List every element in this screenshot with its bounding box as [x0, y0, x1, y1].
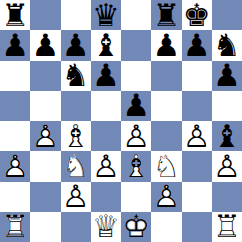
white-knight-glyph-outline: ♘ — [151, 151, 181, 181]
square-a8[interactable]: ♜ — [0, 0, 30, 30]
black-pawn-piece[interactable]: ♟ — [0, 30, 30, 60]
black-pawn-piece[interactable]: ♟ — [121, 91, 151, 121]
square-g8[interactable]: ♚ — [182, 0, 212, 30]
square-c1[interactable] — [61, 212, 91, 242]
square-d1[interactable]: ♛♕ — [91, 212, 121, 242]
square-h3[interactable]: ♟♙ — [212, 151, 242, 181]
square-h8[interactable] — [212, 0, 242, 30]
white-pawn-glyph-outline: ♙ — [151, 182, 181, 212]
white-rook-piece[interactable]: ♜♖ — [212, 212, 242, 242]
black-pawn-piece[interactable]: ♟ — [151, 30, 181, 60]
white-bishop-glyph-outline: ♗ — [121, 151, 151, 181]
square-c7[interactable]: ♟ — [61, 30, 91, 60]
square-e7[interactable] — [121, 30, 151, 60]
black-pawn-piece[interactable]: ♟ — [91, 61, 121, 91]
square-a5[interactable] — [0, 91, 30, 121]
square-e5[interactable]: ♟ — [121, 91, 151, 121]
black-rook-piece[interactable]: ♜ — [0, 0, 30, 30]
square-h4[interactable]: ♝ — [212, 121, 242, 151]
white-pawn-piece[interactable]: ♟♙ — [0, 151, 30, 181]
square-g3[interactable] — [182, 151, 212, 181]
square-b7[interactable]: ♟ — [30, 30, 60, 60]
square-b5[interactable] — [30, 91, 60, 121]
white-pawn-piece[interactable]: ♟♙ — [30, 121, 60, 151]
white-rook-glyph-outline: ♖ — [0, 212, 30, 242]
square-f1[interactable] — [151, 212, 181, 242]
square-f5[interactable] — [151, 91, 181, 121]
square-c6[interactable]: ♞ — [61, 61, 91, 91]
white-pawn-glyph-outline: ♙ — [61, 182, 91, 212]
white-pawn-piece[interactable]: ♟♙ — [91, 151, 121, 181]
square-g1[interactable] — [182, 212, 212, 242]
white-pawn-piece[interactable]: ♟♙ — [182, 121, 212, 151]
square-a3[interactable]: ♟♙ — [0, 151, 30, 181]
square-h6[interactable]: ♟ — [212, 61, 242, 91]
white-king-glyph-outline: ♔ — [121, 212, 151, 242]
square-d4[interactable] — [91, 121, 121, 151]
square-e8[interactable] — [121, 0, 151, 30]
chess-board: ♜♛♜♚♟♟♟♝♟♟♞♞♟♟♟♟♙♝♗♟♙♟♙♝♟♙♞♘♟♙♝♗♞♘♟♙♟♙♟♙… — [0, 0, 242, 242]
square-d8[interactable]: ♛ — [91, 0, 121, 30]
white-queen-glyph-outline: ♕ — [91, 212, 121, 242]
square-e2[interactable] — [121, 182, 151, 212]
white-rook-glyph-outline: ♖ — [212, 212, 242, 242]
white-pawn-glyph-outline: ♙ — [121, 121, 151, 151]
square-f2[interactable]: ♟♙ — [151, 182, 181, 212]
white-knight-piece[interactable]: ♞♘ — [151, 151, 181, 181]
square-c3[interactable]: ♞♘ — [61, 151, 91, 181]
square-g6[interactable] — [182, 61, 212, 91]
square-d7[interactable]: ♝ — [91, 30, 121, 60]
square-f7[interactable]: ♟ — [151, 30, 181, 60]
square-f8[interactable]: ♜ — [151, 0, 181, 30]
black-pawn-piece[interactable]: ♟ — [212, 61, 242, 91]
square-c8[interactable] — [61, 0, 91, 30]
white-pawn-glyph-outline: ♙ — [0, 151, 30, 181]
black-bishop-piece[interactable]: ♝ — [91, 30, 121, 60]
square-h2[interactable] — [212, 182, 242, 212]
square-b3[interactable] — [30, 151, 60, 181]
white-bishop-piece[interactable]: ♝♗ — [121, 151, 151, 181]
black-knight-piece[interactable]: ♞ — [61, 61, 91, 91]
square-a4[interactable] — [0, 121, 30, 151]
square-g2[interactable] — [182, 182, 212, 212]
white-rook-piece[interactable]: ♜♖ — [0, 212, 30, 242]
white-bishop-piece[interactable]: ♝♗ — [61, 121, 91, 151]
black-pawn-piece[interactable]: ♟ — [182, 30, 212, 60]
black-queen-piece[interactable]: ♛ — [91, 0, 121, 30]
square-d6[interactable]: ♟ — [91, 61, 121, 91]
square-d5[interactable] — [91, 91, 121, 121]
black-bishop-piece[interactable]: ♝ — [212, 121, 242, 151]
white-knight-glyph-outline: ♘ — [61, 151, 91, 181]
square-b1[interactable] — [30, 212, 60, 242]
square-b2[interactable] — [30, 182, 60, 212]
black-king-piece[interactable]: ♚ — [182, 0, 212, 30]
square-h7[interactable]: ♞ — [212, 30, 242, 60]
square-a2[interactable] — [0, 182, 30, 212]
white-pawn-piece[interactable]: ♟♙ — [151, 182, 181, 212]
white-bishop-glyph-outline: ♗ — [61, 121, 91, 151]
square-e3[interactable]: ♝♗ — [121, 151, 151, 181]
black-pawn-piece[interactable]: ♟ — [30, 30, 60, 60]
white-king-piece[interactable]: ♚♔ — [121, 212, 151, 242]
square-d3[interactable]: ♟♙ — [91, 151, 121, 181]
square-a6[interactable] — [0, 61, 30, 91]
black-knight-piece[interactable]: ♞ — [212, 30, 242, 60]
square-e1[interactable]: ♚♔ — [121, 212, 151, 242]
white-pawn-piece[interactable]: ♟♙ — [121, 121, 151, 151]
square-b6[interactable] — [30, 61, 60, 91]
square-f4[interactable] — [151, 121, 181, 151]
square-f6[interactable] — [151, 61, 181, 91]
square-f3[interactable]: ♞♘ — [151, 151, 181, 181]
square-g7[interactable]: ♟ — [182, 30, 212, 60]
white-knight-piece[interactable]: ♞♘ — [61, 151, 91, 181]
square-b4[interactable]: ♟♙ — [30, 121, 60, 151]
square-e4[interactable]: ♟♙ — [121, 121, 151, 151]
white-queen-piece[interactable]: ♛♕ — [91, 212, 121, 242]
white-pawn-glyph-outline: ♙ — [182, 121, 212, 151]
square-e6[interactable] — [121, 61, 151, 91]
square-c4[interactable]: ♝♗ — [61, 121, 91, 151]
square-h1[interactable]: ♜♖ — [212, 212, 242, 242]
square-g4[interactable]: ♟♙ — [182, 121, 212, 151]
white-pawn-glyph-outline: ♙ — [212, 151, 242, 181]
square-g5[interactable] — [182, 91, 212, 121]
white-pawn-glyph-outline: ♙ — [91, 151, 121, 181]
square-b8[interactable] — [30, 0, 60, 30]
black-rook-piece[interactable]: ♜ — [151, 0, 181, 30]
square-a1[interactable]: ♜♖ — [0, 212, 30, 242]
square-d2[interactable] — [91, 182, 121, 212]
square-h5[interactable] — [212, 91, 242, 121]
white-pawn-piece[interactable]: ♟♙ — [212, 151, 242, 181]
white-pawn-glyph-outline: ♙ — [30, 121, 60, 151]
white-pawn-piece[interactable]: ♟♙ — [61, 182, 91, 212]
square-c5[interactable] — [61, 91, 91, 121]
square-c2[interactable]: ♟♙ — [61, 182, 91, 212]
black-pawn-piece[interactable]: ♟ — [61, 30, 91, 60]
square-a7[interactable]: ♟ — [0, 30, 30, 60]
